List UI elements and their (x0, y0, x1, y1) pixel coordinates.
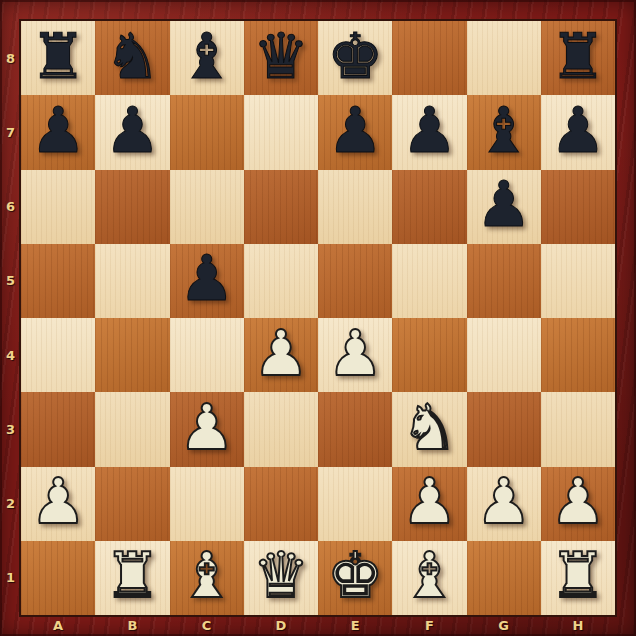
file-label-a: A (21, 615, 95, 636)
square-b5[interactable] (95, 244, 169, 318)
black-pawn-f7[interactable]: ♟ (401, 99, 457, 162)
white-rook-b1[interactable]: ♜ (104, 544, 160, 607)
square-c6[interactable] (170, 170, 244, 244)
square-d1[interactable]: ♛ (244, 541, 318, 615)
square-a7[interactable]: ♟ (21, 95, 95, 169)
square-h4[interactable] (541, 318, 615, 392)
file-label-h: H (541, 615, 615, 636)
black-pawn-a7[interactable]: ♟ (30, 99, 86, 162)
black-pawn-h7[interactable]: ♟ (550, 99, 606, 162)
file-label-g: G (467, 615, 541, 636)
square-g7[interactable]: ♝ (467, 95, 541, 169)
square-f4[interactable] (392, 318, 466, 392)
square-d5[interactable] (244, 244, 318, 318)
black-bishop-c8[interactable]: ♝ (178, 25, 234, 88)
square-h2[interactable]: ♟ (541, 467, 615, 541)
square-a6[interactable] (21, 170, 95, 244)
square-c8[interactable]: ♝ (170, 21, 244, 95)
black-pawn-e7[interactable]: ♟ (327, 99, 383, 162)
file-labels: ABCDEFGH (21, 615, 615, 636)
square-e6[interactable] (318, 170, 392, 244)
white-pawn-c3[interactable]: ♟ (178, 396, 234, 459)
rank-label-6: 6 (0, 170, 21, 244)
square-g3[interactable] (467, 392, 541, 466)
square-b1[interactable]: ♜ (95, 541, 169, 615)
square-c3[interactable]: ♟ (170, 392, 244, 466)
white-pawn-a2[interactable]: ♟ (30, 470, 86, 533)
rank-label-2: 2 (0, 467, 21, 541)
square-a1[interactable] (21, 541, 95, 615)
square-d8[interactable]: ♛ (244, 21, 318, 95)
square-g8[interactable] (467, 21, 541, 95)
square-c5[interactable]: ♟ (170, 244, 244, 318)
square-b8[interactable]: ♞ (95, 21, 169, 95)
square-f6[interactable] (392, 170, 466, 244)
black-rook-a8[interactable]: ♜ (30, 25, 86, 88)
square-c2[interactable] (170, 467, 244, 541)
square-b2[interactable] (95, 467, 169, 541)
square-d7[interactable] (244, 95, 318, 169)
square-a4[interactable] (21, 318, 95, 392)
rank-label-1: 1 (0, 541, 21, 615)
white-pawn-f2[interactable]: ♟ (401, 470, 457, 533)
black-bishop-g7[interactable]: ♝ (475, 99, 531, 162)
white-knight-f3[interactable]: ♞ (401, 396, 457, 459)
black-king-e8[interactable]: ♚ (327, 25, 383, 88)
black-queen-d8[interactable]: ♛ (253, 25, 309, 88)
square-d2[interactable] (244, 467, 318, 541)
square-f5[interactable] (392, 244, 466, 318)
black-pawn-c5[interactable]: ♟ (178, 247, 234, 310)
square-b4[interactable] (95, 318, 169, 392)
square-h6[interactable] (541, 170, 615, 244)
black-pawn-g6[interactable]: ♟ (475, 173, 531, 236)
black-rook-h8[interactable]: ♜ (550, 25, 606, 88)
rank-label-3: 3 (0, 392, 21, 466)
black-knight-b8[interactable]: ♞ (104, 25, 160, 88)
square-f2[interactable]: ♟ (392, 467, 466, 541)
square-h1[interactable]: ♜ (541, 541, 615, 615)
square-e8[interactable]: ♚ (318, 21, 392, 95)
square-a2[interactable]: ♟ (21, 467, 95, 541)
rank-labels: 87654321 (0, 21, 21, 615)
square-e7[interactable]: ♟ (318, 95, 392, 169)
square-g1[interactable] (467, 541, 541, 615)
board-frame: 87654321 ABCDEFGH ♜♞♝♛♚♜♟♟♟♟♝♟♟♟♟♟♟♞♟♟♟♟… (0, 0, 636, 636)
square-f1[interactable]: ♝ (392, 541, 466, 615)
square-c4[interactable] (170, 318, 244, 392)
square-b7[interactable]: ♟ (95, 95, 169, 169)
square-e5[interactable] (318, 244, 392, 318)
square-h5[interactable] (541, 244, 615, 318)
square-d4[interactable]: ♟ (244, 318, 318, 392)
white-rook-h1[interactable]: ♜ (550, 544, 606, 607)
rank-label-5: 5 (0, 244, 21, 318)
square-f8[interactable] (392, 21, 466, 95)
black-pawn-b7[interactable]: ♟ (104, 99, 160, 162)
white-pawn-d4[interactable]: ♟ (253, 322, 309, 385)
square-c1[interactable]: ♝ (170, 541, 244, 615)
square-a5[interactable] (21, 244, 95, 318)
white-king-e1[interactable]: ♚ (327, 544, 383, 607)
square-g5[interactable] (467, 244, 541, 318)
square-h7[interactable]: ♟ (541, 95, 615, 169)
white-pawn-e4[interactable]: ♟ (327, 322, 383, 385)
file-label-d: D (244, 615, 318, 636)
file-label-e: E (318, 615, 392, 636)
square-g4[interactable] (467, 318, 541, 392)
rank-label-7: 7 (0, 95, 21, 169)
white-queen-d1[interactable]: ♛ (253, 544, 309, 607)
white-bishop-f1[interactable]: ♝ (401, 544, 457, 607)
chess-board: ♜♞♝♛♚♜♟♟♟♟♝♟♟♟♟♟♟♞♟♟♟♟♜♝♛♚♝♜ (21, 21, 615, 615)
square-h8[interactable]: ♜ (541, 21, 615, 95)
square-f3[interactable]: ♞ (392, 392, 466, 466)
square-f7[interactable]: ♟ (392, 95, 466, 169)
square-e1[interactable]: ♚ (318, 541, 392, 615)
white-pawn-g2[interactable]: ♟ (475, 470, 531, 533)
file-label-b: B (95, 615, 169, 636)
square-d6[interactable] (244, 170, 318, 244)
square-h3[interactable] (541, 392, 615, 466)
square-g6[interactable]: ♟ (467, 170, 541, 244)
file-label-f: F (392, 615, 466, 636)
rank-label-8: 8 (0, 21, 21, 95)
square-c7[interactable] (170, 95, 244, 169)
square-b6[interactable] (95, 170, 169, 244)
square-a8[interactable]: ♜ (21, 21, 95, 95)
square-g2[interactable]: ♟ (467, 467, 541, 541)
white-pawn-h2[interactable]: ♟ (550, 470, 606, 533)
square-d3[interactable] (244, 392, 318, 466)
square-e4[interactable]: ♟ (318, 318, 392, 392)
rank-label-4: 4 (0, 318, 21, 392)
square-e2[interactable] (318, 467, 392, 541)
square-b3[interactable] (95, 392, 169, 466)
file-label-c: C (170, 615, 244, 636)
white-bishop-c1[interactable]: ♝ (178, 544, 234, 607)
square-a3[interactable] (21, 392, 95, 466)
square-e3[interactable] (318, 392, 392, 466)
